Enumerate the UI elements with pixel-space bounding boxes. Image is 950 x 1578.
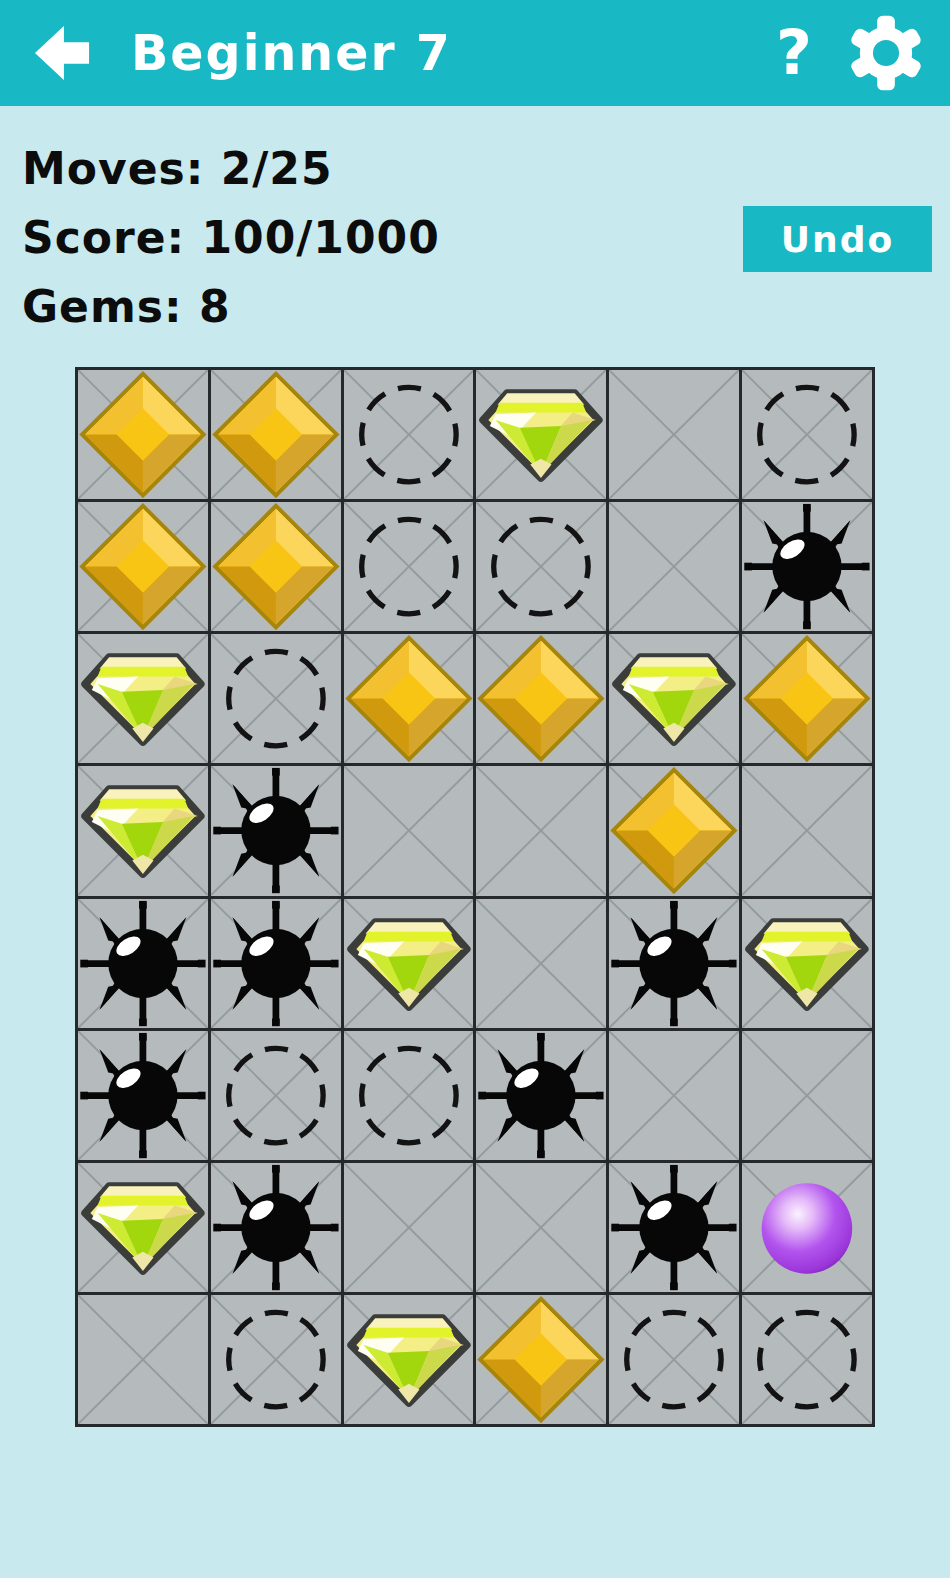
board-cell[interactable] [476, 899, 606, 1028]
board-cell[interactable] [476, 766, 606, 895]
cell-cross-lines [609, 370, 739, 499]
back-button[interactable] [33, 24, 91, 82]
board-cell[interactable] [344, 1031, 474, 1160]
target-marker [344, 1031, 474, 1160]
board-cell[interactable] [78, 1295, 208, 1424]
gold-diamond-piece [344, 634, 474, 763]
yellow-gem-piece [476, 370, 606, 499]
target-marker [476, 502, 606, 631]
gold-diamond-piece [78, 370, 208, 499]
board-cell[interactable] [742, 1031, 872, 1160]
gold-diamond-piece [211, 370, 341, 499]
board-cell[interactable] [742, 1295, 872, 1424]
board-cell[interactable] [344, 766, 474, 895]
cell-cross-lines [609, 502, 739, 631]
board-cell[interactable] [344, 899, 474, 1028]
cell-cross-lines [476, 1163, 606, 1292]
board-cell[interactable] [476, 502, 606, 631]
board-cell[interactable] [211, 370, 341, 499]
mine-piece [609, 899, 739, 1028]
undo-button[interactable]: Undo [743, 206, 932, 272]
mine-piece [211, 766, 341, 895]
mine-piece [742, 502, 872, 631]
gold-diamond-piece [211, 502, 341, 631]
target-marker [742, 370, 872, 499]
gems-counter: Gems: 8 [22, 272, 950, 341]
gold-diamond-piece [609, 766, 739, 895]
purple-ball-piece [742, 1163, 872, 1292]
board-cell[interactable] [211, 766, 341, 895]
stats-panel: Moves: 2/25 Score: 100/1000 Gems: 8 Undo [0, 106, 950, 367]
board-cell[interactable] [609, 766, 739, 895]
board-cell[interactable] [344, 1163, 474, 1292]
board-cell[interactable] [476, 1031, 606, 1160]
gold-diamond-piece [476, 634, 606, 763]
gold-diamond-piece [742, 634, 872, 763]
settings-button[interactable] [844, 11, 928, 95]
mine-piece [211, 899, 341, 1028]
board-cell[interactable] [742, 766, 872, 895]
gear-icon [844, 11, 928, 95]
moves-counter: Moves: 2/25 [22, 134, 950, 203]
yellow-gem-piece [78, 766, 208, 895]
board-cell[interactable] [211, 1031, 341, 1160]
board-cell[interactable] [742, 634, 872, 763]
board-cell[interactable] [78, 766, 208, 895]
game-board [75, 367, 875, 1427]
board-cell[interactable] [211, 1163, 341, 1292]
gold-diamond-piece [78, 502, 208, 631]
board-cell[interactable] [211, 899, 341, 1028]
question-mark-icon: ? [776, 16, 812, 89]
back-arrow-icon [33, 24, 91, 82]
yellow-gem-piece [78, 1163, 208, 1292]
target-marker [344, 370, 474, 499]
board-cell[interactable] [609, 1163, 739, 1292]
yellow-gem-piece [609, 634, 739, 763]
board-cell[interactable] [609, 1031, 739, 1160]
target-marker [344, 502, 474, 631]
board-cell[interactable] [344, 1295, 474, 1424]
help-button[interactable]: ? [770, 22, 818, 84]
board-cell[interactable] [742, 899, 872, 1028]
board-cell[interactable] [211, 1295, 341, 1424]
cell-cross-lines [742, 1031, 872, 1160]
board-cell[interactable] [344, 634, 474, 763]
target-marker [742, 1295, 872, 1424]
cell-cross-lines [476, 766, 606, 895]
mine-piece [609, 1163, 739, 1292]
cell-cross-lines [344, 1163, 474, 1292]
board-cell[interactable] [742, 370, 872, 499]
board-cell[interactable] [609, 634, 739, 763]
board-cell[interactable] [609, 502, 739, 631]
board-cell[interactable] [344, 370, 474, 499]
board-cell[interactable] [211, 502, 341, 631]
board-cell[interactable] [78, 634, 208, 763]
board-cell[interactable] [78, 1163, 208, 1292]
target-marker [211, 634, 341, 763]
target-marker [609, 1295, 739, 1424]
page-title: Beginner 7 [131, 25, 452, 82]
cell-cross-lines [78, 1295, 208, 1424]
board-cell[interactable] [78, 502, 208, 631]
cell-cross-lines [344, 766, 474, 895]
board-cell[interactable] [78, 899, 208, 1028]
yellow-gem-piece [344, 1295, 474, 1424]
yellow-gem-piece [78, 634, 208, 763]
app-header: Beginner 7 ? [0, 0, 950, 106]
cell-cross-lines [476, 899, 606, 1028]
board-cell[interactable] [742, 1163, 872, 1292]
board-cell[interactable] [211, 634, 341, 763]
board-cell[interactable] [476, 1295, 606, 1424]
board-cell[interactable] [344, 502, 474, 631]
gold-diamond-piece [476, 1295, 606, 1424]
board-cell[interactable] [78, 370, 208, 499]
board-cell[interactable] [609, 370, 739, 499]
mine-piece [211, 1163, 341, 1292]
cell-cross-lines [609, 1031, 739, 1160]
yellow-gem-piece [344, 899, 474, 1028]
board-cell[interactable] [476, 634, 606, 763]
mine-piece [78, 899, 208, 1028]
cell-cross-lines [742, 766, 872, 895]
yellow-gem-piece [742, 899, 872, 1028]
target-marker [211, 1295, 341, 1424]
board-cell[interactable] [476, 1163, 606, 1292]
board-cell[interactable] [476, 370, 606, 499]
mine-piece [78, 1031, 208, 1160]
target-marker [211, 1031, 341, 1160]
board-cell[interactable] [609, 1295, 739, 1424]
board-cell[interactable] [742, 502, 872, 631]
mine-piece [476, 1031, 606, 1160]
board-cell[interactable] [78, 1031, 208, 1160]
board-cell[interactable] [609, 899, 739, 1028]
